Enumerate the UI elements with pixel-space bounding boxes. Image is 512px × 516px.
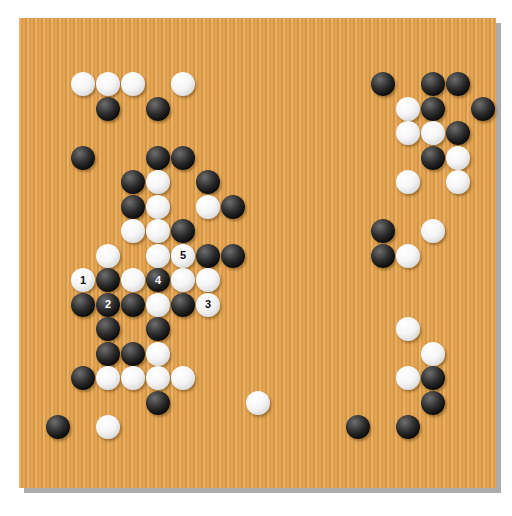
intersection-E6[interactable] [121, 341, 146, 366]
intersection-H2[interactable] [196, 439, 221, 464]
intersection-H15[interactable] [196, 121, 221, 146]
white-stone-Q16[interactable] [396, 97, 420, 121]
white-stone-Q5[interactable] [396, 366, 420, 390]
intersection-O16[interactable] [346, 96, 371, 121]
intersection-B4[interactable] [46, 390, 71, 415]
intersection-B15[interactable] [46, 121, 71, 146]
intersection-L4[interactable] [271, 390, 296, 415]
white-stone-C9[interactable]: 1 [71, 268, 95, 292]
intersection-Q9[interactable] [396, 268, 421, 293]
white-stone-S13[interactable] [446, 170, 470, 194]
black-stone-P11[interactable] [371, 219, 395, 243]
intersection-N9[interactable] [321, 268, 346, 293]
white-stone-F5[interactable] [146, 366, 170, 390]
intersection-J4[interactable] [221, 390, 246, 415]
intersection-C8[interactable] [71, 292, 96, 317]
intersection-R14[interactable] [421, 145, 446, 170]
white-stone-F12[interactable] [146, 195, 170, 219]
intersection-Q5[interactable] [396, 366, 421, 391]
intersection-M16[interactable] [296, 96, 321, 121]
intersection-N13[interactable] [321, 170, 346, 195]
white-stone-F10[interactable] [146, 244, 170, 268]
white-stone-H8[interactable]: 3 [196, 293, 220, 317]
intersection-C15[interactable] [71, 121, 96, 146]
intersection-H6[interactable] [196, 341, 221, 366]
intersection-G16[interactable] [171, 96, 196, 121]
intersection-G15[interactable] [171, 121, 196, 146]
intersection-E7[interactable] [121, 317, 146, 342]
intersection-E14[interactable] [121, 145, 146, 170]
intersection-D13[interactable] [96, 170, 121, 195]
black-stone-R14[interactable] [421, 146, 445, 170]
intersection-A15[interactable] [21, 121, 46, 146]
intersection-A2[interactable] [21, 439, 46, 464]
intersection-P2[interactable] [371, 439, 396, 464]
intersection-F7[interactable] [146, 317, 171, 342]
intersection-G1[interactable] [171, 464, 196, 489]
intersection-K5[interactable] [246, 366, 271, 391]
intersection-A18[interactable] [21, 47, 46, 72]
intersection-R11[interactable] [421, 219, 446, 244]
intersection-G17[interactable] [171, 72, 196, 97]
intersection-B9[interactable] [46, 268, 71, 293]
intersection-S14[interactable] [446, 145, 471, 170]
intersection-O3[interactable] [346, 415, 371, 440]
intersection-N19[interactable] [321, 23, 346, 48]
black-stone-E8[interactable] [121, 293, 145, 317]
intersection-P5[interactable] [371, 366, 396, 391]
intersection-Q18[interactable] [396, 47, 421, 72]
intersection-K15[interactable] [246, 121, 271, 146]
intersection-O13[interactable] [346, 170, 371, 195]
intersection-M14[interactable] [296, 145, 321, 170]
intersection-F1[interactable] [146, 464, 171, 489]
intersection-E13[interactable] [121, 170, 146, 195]
intersection-K7[interactable] [246, 317, 271, 342]
intersection-Q19[interactable] [396, 23, 421, 48]
intersection-G5[interactable] [171, 366, 196, 391]
intersection-O9[interactable] [346, 268, 371, 293]
intersection-P9[interactable] [371, 268, 396, 293]
intersection-G10[interactable]: 5 [171, 243, 196, 268]
intersection-H16[interactable] [196, 96, 221, 121]
white-stone-D17[interactable] [96, 72, 120, 96]
intersection-A6[interactable] [21, 341, 46, 366]
white-stone-F13[interactable] [146, 170, 170, 194]
black-stone-C5[interactable] [71, 366, 95, 390]
black-stone-S17[interactable] [446, 72, 470, 96]
intersection-N1[interactable] [321, 464, 346, 489]
intersection-P8[interactable] [371, 292, 396, 317]
intersection-D7[interactable] [96, 317, 121, 342]
intersection-D10[interactable] [96, 243, 121, 268]
intersection-R9[interactable] [421, 268, 446, 293]
intersection-G8[interactable] [171, 292, 196, 317]
intersection-N15[interactable] [321, 121, 346, 146]
intersection-A8[interactable] [21, 292, 46, 317]
intersection-L15[interactable] [271, 121, 296, 146]
intersection-G3[interactable] [171, 415, 196, 440]
intersection-K17[interactable] [246, 72, 271, 97]
intersection-J3[interactable] [221, 415, 246, 440]
intersection-D12[interactable] [96, 194, 121, 219]
intersection-B17[interactable] [46, 72, 71, 97]
intersection-F12[interactable] [146, 194, 171, 219]
intersection-M5[interactable] [296, 366, 321, 391]
intersection-P18[interactable] [371, 47, 396, 72]
intersection-D16[interactable] [96, 96, 121, 121]
intersection-Q7[interactable] [396, 317, 421, 342]
intersection-C5[interactable] [71, 366, 96, 391]
black-stone-F4[interactable] [146, 391, 170, 415]
intersection-P6[interactable] [371, 341, 396, 366]
intersection-L8[interactable] [271, 292, 296, 317]
black-stone-H10[interactable] [196, 244, 220, 268]
intersection-L2[interactable] [271, 439, 296, 464]
intersection-F14[interactable] [146, 145, 171, 170]
intersection-Q2[interactable] [396, 439, 421, 464]
intersection-G14[interactable] [171, 145, 196, 170]
intersection-E18[interactable] [121, 47, 146, 72]
intersection-T17[interactable] [471, 72, 496, 97]
intersection-T3[interactable] [471, 415, 496, 440]
intersection-C3[interactable] [71, 415, 96, 440]
white-stone-E11[interactable] [121, 219, 145, 243]
intersection-F6[interactable] [146, 341, 171, 366]
intersection-P14[interactable] [371, 145, 396, 170]
intersection-T13[interactable] [471, 170, 496, 195]
black-stone-E13[interactable] [121, 170, 145, 194]
intersection-J7[interactable] [221, 317, 246, 342]
intersection-B13[interactable] [46, 170, 71, 195]
intersection-M13[interactable] [296, 170, 321, 195]
intersection-T2[interactable] [471, 439, 496, 464]
intersection-H14[interactable] [196, 145, 221, 170]
intersection-O19[interactable] [346, 23, 371, 48]
intersection-P13[interactable] [371, 170, 396, 195]
intersection-T9[interactable] [471, 268, 496, 293]
intersection-S4[interactable] [446, 390, 471, 415]
intersection-K18[interactable] [246, 47, 271, 72]
black-stone-T16[interactable] [471, 97, 495, 121]
intersection-S17[interactable] [446, 72, 471, 97]
white-stone-E17[interactable] [121, 72, 145, 96]
intersection-N8[interactable] [321, 292, 346, 317]
intersection-L5[interactable] [271, 366, 296, 391]
intersection-N2[interactable] [321, 439, 346, 464]
white-stone-S14[interactable] [446, 146, 470, 170]
white-stone-Q15[interactable] [396, 121, 420, 145]
intersection-R17[interactable] [421, 72, 446, 97]
intersection-T10[interactable] [471, 243, 496, 268]
intersection-F4[interactable] [146, 390, 171, 415]
intersection-D14[interactable] [96, 145, 121, 170]
intersection-H18[interactable] [196, 47, 221, 72]
intersection-K10[interactable] [246, 243, 271, 268]
black-stone-P17[interactable] [371, 72, 395, 96]
intersection-L19[interactable] [271, 23, 296, 48]
intersection-K3[interactable] [246, 415, 271, 440]
intersection-C19[interactable] [71, 23, 96, 48]
intersection-J11[interactable] [221, 219, 246, 244]
intersection-G12[interactable] [171, 194, 196, 219]
intersection-T4[interactable] [471, 390, 496, 415]
white-stone-H12[interactable] [196, 195, 220, 219]
white-stone-G9[interactable] [171, 268, 195, 292]
black-stone-D9[interactable] [96, 268, 120, 292]
intersection-L17[interactable] [271, 72, 296, 97]
intersection-E16[interactable] [121, 96, 146, 121]
white-stone-K4[interactable] [246, 391, 270, 415]
intersection-A16[interactable] [21, 96, 46, 121]
intersection-S6[interactable] [446, 341, 471, 366]
black-stone-F16[interactable] [146, 97, 170, 121]
black-stone-J12[interactable] [221, 195, 245, 219]
intersection-M6[interactable] [296, 341, 321, 366]
intersection-F19[interactable] [146, 23, 171, 48]
black-stone-D8[interactable]: 2 [96, 293, 120, 317]
black-stone-J10[interactable] [221, 244, 245, 268]
intersection-A13[interactable] [21, 170, 46, 195]
black-stone-D16[interactable] [96, 97, 120, 121]
intersection-K1[interactable] [246, 464, 271, 489]
intersection-S9[interactable] [446, 268, 471, 293]
intersection-L6[interactable] [271, 341, 296, 366]
intersection-M1[interactable] [296, 464, 321, 489]
intersection-O17[interactable] [346, 72, 371, 97]
intersection-N16[interactable] [321, 96, 346, 121]
intersection-N3[interactable] [321, 415, 346, 440]
intersection-K16[interactable] [246, 96, 271, 121]
intersection-B18[interactable] [46, 47, 71, 72]
intersection-G13[interactable] [171, 170, 196, 195]
intersection-M3[interactable] [296, 415, 321, 440]
intersection-H1[interactable] [196, 464, 221, 489]
intersection-J13[interactable] [221, 170, 246, 195]
intersection-M4[interactable] [296, 390, 321, 415]
intersection-M11[interactable] [296, 219, 321, 244]
intersection-F10[interactable] [146, 243, 171, 268]
white-stone-H9[interactable] [196, 268, 220, 292]
intersection-E12[interactable] [121, 194, 146, 219]
white-stone-E5[interactable] [121, 366, 145, 390]
intersection-H4[interactable] [196, 390, 221, 415]
intersection-H11[interactable] [196, 219, 221, 244]
intersection-S18[interactable] [446, 47, 471, 72]
intersection-D15[interactable] [96, 121, 121, 146]
intersection-C9[interactable]: 1 [71, 268, 96, 293]
intersection-K19[interactable] [246, 23, 271, 48]
white-stone-G10[interactable]: 5 [171, 244, 195, 268]
intersection-R1[interactable] [421, 464, 446, 489]
intersection-B11[interactable] [46, 219, 71, 244]
intersection-Q13[interactable] [396, 170, 421, 195]
intersection-J16[interactable] [221, 96, 246, 121]
intersection-T19[interactable] [471, 23, 496, 48]
intersection-F5[interactable] [146, 366, 171, 391]
black-stone-R5[interactable] [421, 366, 445, 390]
intersection-B10[interactable] [46, 243, 71, 268]
intersection-L12[interactable] [271, 194, 296, 219]
intersection-O15[interactable] [346, 121, 371, 146]
intersection-P1[interactable] [371, 464, 396, 489]
intersection-R18[interactable] [421, 47, 446, 72]
intersection-A1[interactable] [21, 464, 46, 489]
intersection-B6[interactable] [46, 341, 71, 366]
intersection-T8[interactable] [471, 292, 496, 317]
intersection-J8[interactable] [221, 292, 246, 317]
intersection-F13[interactable] [146, 170, 171, 195]
intersection-S2[interactable] [446, 439, 471, 464]
intersection-R10[interactable] [421, 243, 446, 268]
intersection-H9[interactable] [196, 268, 221, 293]
intersection-C2[interactable] [71, 439, 96, 464]
intersection-M19[interactable] [296, 23, 321, 48]
white-stone-D3[interactable] [96, 415, 120, 439]
black-stone-G11[interactable] [171, 219, 195, 243]
intersection-S13[interactable] [446, 170, 471, 195]
intersection-Q12[interactable] [396, 194, 421, 219]
intersection-S16[interactable] [446, 96, 471, 121]
intersection-P12[interactable] [371, 194, 396, 219]
intersection-A11[interactable] [21, 219, 46, 244]
intersection-O2[interactable] [346, 439, 371, 464]
intersection-T6[interactable] [471, 341, 496, 366]
intersection-M9[interactable] [296, 268, 321, 293]
intersection-Q1[interactable] [396, 464, 421, 489]
intersection-T14[interactable] [471, 145, 496, 170]
intersection-T16[interactable] [471, 96, 496, 121]
intersection-P3[interactable] [371, 415, 396, 440]
intersection-O18[interactable] [346, 47, 371, 72]
intersection-P7[interactable] [371, 317, 396, 342]
intersection-F2[interactable] [146, 439, 171, 464]
intersection-M12[interactable] [296, 194, 321, 219]
white-stone-Q10[interactable] [396, 244, 420, 268]
intersection-T1[interactable] [471, 464, 496, 489]
intersection-F8[interactable] [146, 292, 171, 317]
intersection-A10[interactable] [21, 243, 46, 268]
intersection-H17[interactable] [196, 72, 221, 97]
white-stone-G17[interactable] [171, 72, 195, 96]
intersection-F15[interactable] [146, 121, 171, 146]
intersection-P4[interactable] [371, 390, 396, 415]
intersection-J15[interactable] [221, 121, 246, 146]
intersection-L16[interactable] [271, 96, 296, 121]
intersection-C17[interactable] [71, 72, 96, 97]
white-stone-C17[interactable] [71, 72, 95, 96]
white-stone-D10[interactable] [96, 244, 120, 268]
white-stone-R15[interactable] [421, 121, 445, 145]
intersection-A3[interactable] [21, 415, 46, 440]
intersection-O5[interactable] [346, 366, 371, 391]
intersection-C7[interactable] [71, 317, 96, 342]
intersection-B14[interactable] [46, 145, 71, 170]
intersection-Q10[interactable] [396, 243, 421, 268]
intersection-L10[interactable] [271, 243, 296, 268]
intersection-M7[interactable] [296, 317, 321, 342]
intersection-K6[interactable] [246, 341, 271, 366]
intersection-Q17[interactable] [396, 72, 421, 97]
intersection-D8[interactable]: 2 [96, 292, 121, 317]
intersection-D17[interactable] [96, 72, 121, 97]
intersection-Q8[interactable] [396, 292, 421, 317]
black-stone-D6[interactable] [96, 342, 120, 366]
intersection-S3[interactable] [446, 415, 471, 440]
intersection-C6[interactable] [71, 341, 96, 366]
intersection-K9[interactable] [246, 268, 271, 293]
black-stone-H13[interactable] [196, 170, 220, 194]
black-stone-G14[interactable] [171, 146, 195, 170]
intersection-C13[interactable] [71, 170, 96, 195]
black-stone-F9[interactable]: 4 [146, 268, 170, 292]
intersection-E1[interactable] [121, 464, 146, 489]
intersection-M15[interactable] [296, 121, 321, 146]
intersection-A19[interactable] [21, 23, 46, 48]
intersection-D5[interactable] [96, 366, 121, 391]
intersection-R19[interactable] [421, 23, 446, 48]
intersection-N12[interactable] [321, 194, 346, 219]
intersection-O1[interactable] [346, 464, 371, 489]
intersection-P17[interactable] [371, 72, 396, 97]
black-stone-F7[interactable] [146, 317, 170, 341]
intersection-P19[interactable] [371, 23, 396, 48]
intersection-P15[interactable] [371, 121, 396, 146]
white-stone-F6[interactable] [146, 342, 170, 366]
intersection-K8[interactable] [246, 292, 271, 317]
intersection-G19[interactable] [171, 23, 196, 48]
intersection-E15[interactable] [121, 121, 146, 146]
intersection-E3[interactable] [121, 415, 146, 440]
intersection-T18[interactable] [471, 47, 496, 72]
intersection-T5[interactable] [471, 366, 496, 391]
intersection-H12[interactable] [196, 194, 221, 219]
intersection-B3[interactable] [46, 415, 71, 440]
intersection-B2[interactable] [46, 439, 71, 464]
black-stone-R17[interactable] [421, 72, 445, 96]
intersection-H19[interactable] [196, 23, 221, 48]
black-stone-P10[interactable] [371, 244, 395, 268]
intersection-N5[interactable] [321, 366, 346, 391]
intersection-C14[interactable] [71, 145, 96, 170]
black-stone-E12[interactable] [121, 195, 145, 219]
intersection-Q14[interactable] [396, 145, 421, 170]
intersection-L13[interactable] [271, 170, 296, 195]
intersection-R16[interactable] [421, 96, 446, 121]
intersection-A17[interactable] [21, 72, 46, 97]
intersection-O7[interactable] [346, 317, 371, 342]
intersection-H5[interactable] [196, 366, 221, 391]
intersection-J1[interactable] [221, 464, 246, 489]
intersection-O8[interactable] [346, 292, 371, 317]
intersection-P10[interactable] [371, 243, 396, 268]
intersection-O12[interactable] [346, 194, 371, 219]
black-stone-D7[interactable] [96, 317, 120, 341]
intersection-O10[interactable] [346, 243, 371, 268]
intersection-G9[interactable] [171, 268, 196, 293]
intersection-H3[interactable] [196, 415, 221, 440]
intersection-A4[interactable] [21, 390, 46, 415]
intersection-R13[interactable] [421, 170, 446, 195]
intersection-A14[interactable] [21, 145, 46, 170]
intersection-E4[interactable] [121, 390, 146, 415]
intersection-K12[interactable] [246, 194, 271, 219]
intersection-S12[interactable] [446, 194, 471, 219]
intersection-Q3[interactable] [396, 415, 421, 440]
intersection-K13[interactable] [246, 170, 271, 195]
intersection-N11[interactable] [321, 219, 346, 244]
intersection-B12[interactable] [46, 194, 71, 219]
